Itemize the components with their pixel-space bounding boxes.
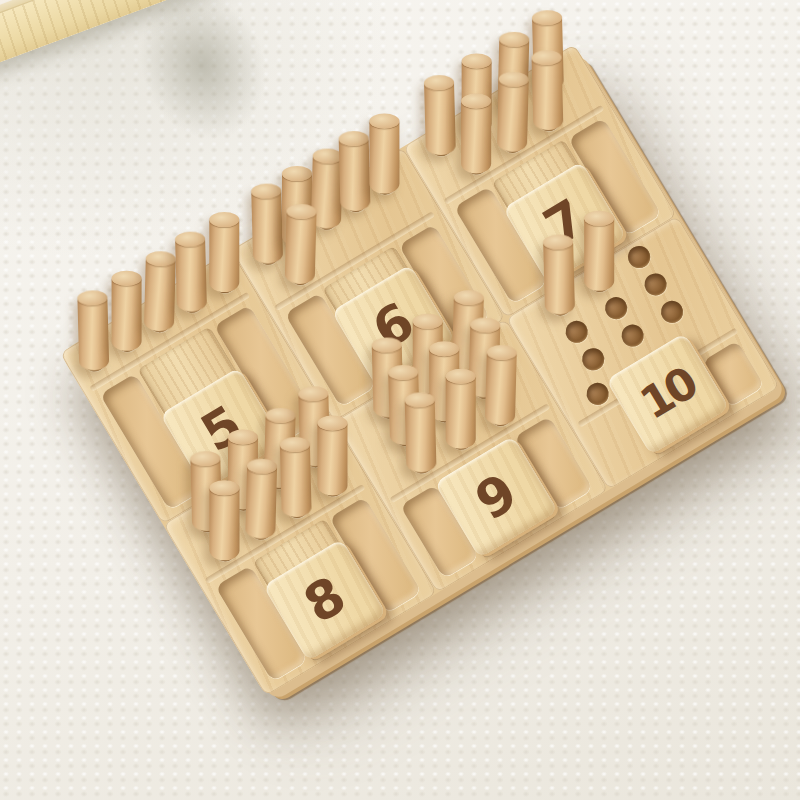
peg-top-face [175, 231, 205, 247]
peg-top-face [454, 290, 484, 306]
peg-top-face [228, 430, 258, 445]
peg-top-face [251, 183, 281, 199]
peg-top-face [532, 10, 562, 26]
peg-top-face [372, 337, 402, 353]
peg-top-face [209, 212, 239, 227]
peg-top-face [388, 365, 418, 381]
peg-top-face [282, 166, 312, 181]
peg-top-face [265, 408, 295, 424]
peg-top-face [584, 211, 614, 226]
peg-top-face [413, 314, 443, 329]
peg-top-face [112, 271, 142, 286]
peg[interactable] [543, 236, 575, 315]
peg-hole[interactable] [578, 344, 608, 374]
peg-top-face [487, 345, 517, 361]
peg[interactable] [175, 233, 207, 312]
peg-hole[interactable] [601, 293, 631, 323]
peg[interactable] [251, 185, 283, 264]
scene: 5678910 [0, 0, 800, 800]
peg-hole[interactable] [618, 320, 648, 350]
peg[interactable] [461, 95, 491, 173]
peg-top-face [531, 50, 561, 66]
peg[interactable] [245, 460, 277, 539]
peg-top-face [146, 251, 176, 267]
tile-numeral: 8 [296, 568, 354, 631]
peg-top-face [499, 71, 529, 87]
peg-top-face [404, 392, 434, 408]
peg[interactable] [209, 214, 239, 292]
peg[interactable] [317, 417, 347, 495]
peg-top-face [429, 341, 459, 356]
peg-top-face [446, 369, 476, 384]
peg[interactable] [584, 213, 614, 291]
peg[interactable] [339, 133, 371, 212]
tile-numeral: 9 [467, 465, 525, 528]
peg-top-face [470, 317, 500, 333]
peg-top-face [190, 451, 220, 467]
peg[interactable] [424, 77, 456, 156]
peg[interactable] [497, 73, 529, 152]
peg-hole[interactable] [624, 242, 654, 272]
peg-top-face [317, 415, 347, 430]
peg-top-face [462, 53, 492, 68]
peg[interactable] [369, 116, 399, 194]
peg-top-face [209, 480, 239, 495]
peg-top-face [280, 437, 310, 453]
peg-top-face [286, 204, 316, 220]
peg-hole[interactable] [562, 317, 592, 347]
peg[interactable] [485, 347, 517, 426]
tile-numeral: 10 [634, 361, 702, 426]
peg-top-face [424, 75, 454, 91]
peg[interactable] [280, 439, 312, 518]
peg-hole[interactable] [640, 269, 670, 299]
peg[interactable] [446, 371, 476, 449]
peg[interactable] [144, 253, 176, 332]
peg[interactable] [285, 206, 317, 285]
peg[interactable] [405, 394, 437, 473]
peg-top-face [77, 290, 107, 306]
peg-top-face [543, 234, 573, 250]
peg-top-face [461, 93, 491, 108]
peg[interactable] [112, 273, 142, 351]
peg[interactable] [209, 482, 239, 560]
peg-hole[interactable] [657, 297, 687, 327]
peg[interactable] [531, 52, 563, 131]
peg-top-face [369, 114, 399, 129]
peg-top-face [298, 386, 328, 402]
peg-top-face [247, 458, 277, 474]
peg-top-face [499, 31, 529, 47]
peg-top-face [338, 131, 368, 147]
peg[interactable] [77, 292, 109, 371]
